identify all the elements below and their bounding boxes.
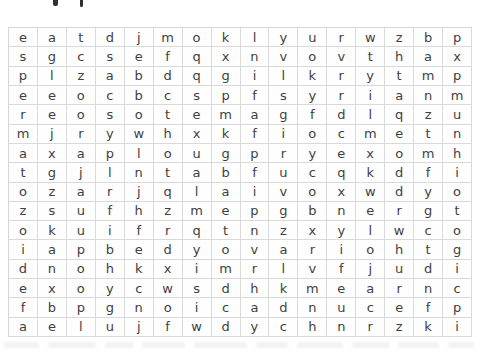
grid-cell[interactable]: y [356,67,385,86]
grid-cell[interactable]: m [212,105,241,124]
grid-cell[interactable]: v [327,47,356,66]
grid-cell[interactable]: e [385,298,414,317]
grid-cell[interactable]: f [125,221,154,240]
grid-cell[interactable]: i [183,298,212,317]
grid-cell[interactable]: z [385,318,414,337]
grid-cell[interactable]: b [38,298,67,317]
grid-cell[interactable]: w [356,28,385,47]
grid-cell[interactable]: c [154,86,183,105]
grid-cell[interactable]: e [38,86,67,105]
grid-cell[interactable]: f [96,202,125,221]
grid-cell[interactable]: i [327,240,356,259]
grid-cell[interactable]: i [241,183,270,202]
grid-cell[interactable]: o [125,105,154,124]
grid-cell[interactable]: a [9,318,38,337]
grid-cell[interactable]: f [154,47,183,66]
grid-cell[interactable]: o [9,221,38,240]
grid-cell[interactable]: c [298,163,327,182]
grid-cell[interactable]: h [385,240,414,259]
grid-cell[interactable]: l [356,105,385,124]
grid-cell[interactable]: m [154,28,183,47]
grid-cell[interactable]: b [125,67,154,86]
grid-cell[interactable]: a [38,240,67,259]
grid-cell[interactable]: a [385,86,414,105]
grid-cell[interactable]: k [125,260,154,279]
grid-cell[interactable]: p [241,144,270,163]
grid-cell[interactable]: x [443,47,472,66]
grid-cell[interactable]: l [269,260,298,279]
grid-cell[interactable]: e [212,202,241,221]
grid-cell[interactable]: r [67,125,96,144]
grid-cell[interactable]: w [154,279,183,298]
grid-cell[interactable]: a [212,183,241,202]
grid-cell[interactable]: e [356,202,385,221]
grid-cell[interactable]: o [298,125,327,144]
grid-cell[interactable]: d [212,279,241,298]
grid-cell[interactable]: a [96,67,125,86]
grid-cell[interactable]: n [298,298,327,317]
grid-cell[interactable]: e [9,279,38,298]
grid-cell[interactable]: q [154,183,183,202]
grid-cell[interactable]: h [96,260,125,279]
grid-cell[interactable]: x [327,183,356,202]
grid-cell[interactable]: q [327,163,356,182]
grid-cell[interactable]: e [327,144,356,163]
grid-cell[interactable]: o [443,221,472,240]
grid-cell[interactable]: g [212,144,241,163]
grid-cell[interactable]: r [356,318,385,337]
grid-cell[interactable]: z [9,202,38,221]
grid-cell[interactable]: b [414,28,443,47]
grid-cell[interactable]: d [96,28,125,47]
grid-cell[interactable]: i [356,86,385,105]
grid-cell[interactable]: j [356,260,385,279]
grid-cell[interactable]: e [125,47,154,66]
grid-cell[interactable]: s [96,105,125,124]
grid-cell[interactable]: r [385,202,414,221]
word-search-grid: eatdjmoklyurwzbpsgcsefqxnvovthaxplzabdqg… [8,27,472,337]
grid-cell[interactable]: l [183,183,212,202]
grid-cell[interactable]: g [38,163,67,182]
grid-cell[interactable]: c [212,298,241,317]
grid-cell[interactable]: t [67,28,96,47]
grid-cell[interactable]: w [183,318,212,337]
grid-cell[interactable]: o [154,298,183,317]
grid-cell[interactable]: c [67,47,96,66]
grid-cell[interactable]: m [9,125,38,144]
grid-cell[interactable]: e [9,28,38,47]
grid-cell[interactable]: d [327,105,356,124]
grid-cell[interactable]: k [298,67,327,86]
grid-cell[interactable]: r [298,240,327,259]
grid-cell[interactable]: c [96,86,125,105]
grid-cell[interactable]: m [298,279,327,298]
grid-cell[interactable]: l [356,221,385,240]
grid-cell[interactable]: g [38,47,67,66]
grid-cell[interactable]: d [154,67,183,86]
grid-cell[interactable]: m [414,144,443,163]
grid-cell[interactable]: e [125,240,154,259]
grid-cell[interactable]: m [443,86,472,105]
grid-cell[interactable]: b [96,240,125,259]
grid-cell[interactable]: f [298,105,327,124]
grid-cell[interactable]: j [125,318,154,337]
grid-cell[interactable]: d [269,298,298,317]
grid-cell[interactable]: o [67,86,96,105]
grid-cell[interactable]: q [183,47,212,66]
grid-cell[interactable]: t [356,47,385,66]
grid-cell[interactable]: w [356,183,385,202]
grid-cell[interactable]: u [385,260,414,279]
grid-cell[interactable]: i [241,67,270,86]
grid-cell[interactable]: m [356,125,385,144]
grid-cell[interactable]: n [443,125,472,144]
grid-cell[interactable]: y [269,28,298,47]
grid-cell[interactable]: h [241,279,270,298]
grid-cell[interactable]: j [125,28,154,47]
grid-cell[interactable]: a [269,240,298,259]
grid-cell[interactable]: o [385,144,414,163]
grid-cell[interactable]: n [414,86,443,105]
grid-cell[interactable]: r [385,279,414,298]
grid-cell[interactable]: m [183,202,212,221]
grid-cell[interactable]: h [154,125,183,144]
grid-cell[interactable]: f [9,298,38,317]
grid-cell[interactable]: n [125,298,154,317]
grid-cell[interactable]: t [385,67,414,86]
grid-cell[interactable]: e [183,105,212,124]
grid-cell[interactable]: o [67,105,96,124]
grid-cell[interactable]: k [38,221,67,240]
grid-cell[interactable]: o [298,183,327,202]
grid-cell[interactable]: j [125,183,154,202]
grid-cell[interactable]: d [385,183,414,202]
grid-cell[interactable]: s [183,279,212,298]
grid-cell[interactable]: f [241,163,270,182]
grid-cell[interactable]: u [67,221,96,240]
grid-cell[interactable]: y [414,183,443,202]
grid-cell[interactable]: a [356,279,385,298]
grid-cell[interactable]: g [443,240,472,259]
grid-cell[interactable]: s [183,86,212,105]
grid-cell[interactable]: i [443,260,472,279]
grid-cell[interactable]: u [298,28,327,47]
grid-cell[interactable]: s [9,47,38,66]
grid-cell[interactable]: e [385,125,414,144]
grid-cell[interactable]: c [269,318,298,337]
grid-cell[interactable]: o [183,28,212,47]
grid-cell[interactable]: t [154,163,183,182]
grid-cell[interactable]: m [212,260,241,279]
grid-cell[interactable]: r [241,260,270,279]
grid-cell[interactable]: a [67,183,96,202]
grid-cell[interactable]: q [183,221,212,240]
grid-cell[interactable]: o [212,240,241,259]
grid-cell[interactable]: z [154,202,183,221]
grid-cell[interactable]: o [443,183,472,202]
grid-cell[interactable]: y [183,240,212,259]
grid-cell[interactable]: z [414,105,443,124]
grid-cell[interactable]: i [96,221,125,240]
grid-cell[interactable]: v [269,183,298,202]
grid-cell[interactable]: f [414,163,443,182]
grid-cell[interactable]: v [269,47,298,66]
grid-cell[interactable]: n [125,163,154,182]
grid-cell[interactable]: p [443,298,472,317]
cropped-title-fragment [53,0,58,6]
grid-cell[interactable]: r [327,86,356,105]
grid-cell[interactable]: y [96,279,125,298]
grid-cell[interactable]: h [443,144,472,163]
grid-cell[interactable]: f [414,298,443,317]
grid-cell[interactable]: k [269,279,298,298]
grid-cell[interactable]: f [241,86,270,105]
grid-cell[interactable]: n [327,318,356,337]
grid-cell[interactable]: x [38,279,67,298]
grid-cell[interactable]: w [385,221,414,240]
grid-cell[interactable]: h [385,47,414,66]
grid-cell[interactable]: c [414,221,443,240]
grid-cell[interactable]: b [212,163,241,182]
grid-cell[interactable]: e [38,105,67,124]
grid-cell[interactable]: t [414,125,443,144]
grid-cell[interactable]: y [298,144,327,163]
grid-cell[interactable]: l [67,318,96,337]
grid-cell[interactable]: p [96,144,125,163]
grid-cell[interactable]: m [414,67,443,86]
grid-cell[interactable]: a [414,47,443,66]
grid-cell[interactable]: n [241,47,270,66]
grid-cell[interactable]: l [125,144,154,163]
grid-cell[interactable]: x [356,144,385,163]
grid-cell[interactable]: j [67,163,96,182]
grid-cell[interactable]: t [414,240,443,259]
grid-cell[interactable]: f [327,260,356,279]
grid-cell[interactable]: d [9,260,38,279]
grid-cell[interactable]: p [443,67,472,86]
grid-cell[interactable]: p [67,240,96,259]
grid-cell[interactable]: y [327,221,356,240]
grid-cell[interactable]: n [327,202,356,221]
grid-cell[interactable]: h [298,318,327,337]
grid-cell[interactable]: p [67,298,96,317]
grid-cell[interactable]: s [269,86,298,105]
grid-cell[interactable]: o [67,279,96,298]
grid-cell[interactable]: q [385,105,414,124]
grid-cell[interactable]: x [183,125,212,144]
grid-cell[interactable]: c [125,279,154,298]
cropped-title-fragment [80,0,83,7]
grid-cell[interactable]: y [298,86,327,105]
grid-cell[interactable]: p [443,28,472,47]
grid-cell[interactable]: o [356,240,385,259]
grid-cell[interactable]: k [212,125,241,144]
grid-cell[interactable]: k [356,163,385,182]
grid-cell[interactable]: i [9,240,38,259]
grid-cell[interactable]: z [269,221,298,240]
grid-cell[interactable]: d [385,163,414,182]
grid-cell[interactable]: z [385,28,414,47]
grid-cell[interactable]: v [298,260,327,279]
cropped-text-fragments-bottom [4,342,474,349]
grid-cell[interactable]: d [414,260,443,279]
grid-cell[interactable]: s [96,47,125,66]
grid-cell[interactable]: p [9,67,38,86]
grid-cell[interactable]: u [67,202,96,221]
grid-cell[interactable]: i [443,163,472,182]
grid-cell[interactable]: u [269,163,298,182]
grid-cell[interactable]: n [38,260,67,279]
grid-cell[interactable]: c [356,298,385,317]
grid-cell[interactable]: r [96,183,125,202]
grid-cell[interactable]: e [327,279,356,298]
grid-cell[interactable]: a [9,144,38,163]
grid-cell[interactable]: r [269,144,298,163]
grid-cell[interactable]: r [9,105,38,124]
grid-cell[interactable]: l [96,163,125,182]
grid-cell[interactable]: x [38,144,67,163]
grid-cell[interactable]: t [212,221,241,240]
grid-cell[interactable]: k [414,318,443,337]
grid-cell[interactable]: f [241,125,270,144]
grid-cell[interactable]: b [125,86,154,105]
grid-cell[interactable]: z [67,67,96,86]
grid-cell[interactable]: r [327,67,356,86]
grid-cell[interactable]: i [443,318,472,337]
grid-cell[interactable]: c [327,125,356,144]
grid-cell[interactable]: o [67,260,96,279]
grid-cell[interactable]: y [96,125,125,144]
grid-cell[interactable]: k [212,28,241,47]
grid-cell[interactable]: a [67,144,96,163]
grid-cell[interactable]: x [298,221,327,240]
grid-cell[interactable]: t [154,105,183,124]
grid-cell[interactable]: y [241,318,270,337]
grid-cell[interactable]: p [212,86,241,105]
grid-cell[interactable]: l [241,28,270,47]
grid-cell[interactable]: l [269,67,298,86]
grid-cell[interactable]: a [241,105,270,124]
grid-cell[interactable]: z [38,183,67,202]
grid-cell[interactable]: n [414,279,443,298]
grid-cell[interactable]: t [9,163,38,182]
grid-cell[interactable]: e [9,86,38,105]
grid-cell[interactable]: j [38,125,67,144]
grid-cell[interactable]: p [241,202,270,221]
grid-cell[interactable]: x [154,260,183,279]
grid-cell[interactable]: v [241,240,270,259]
grid-cell[interactable]: s [38,202,67,221]
grid-cell[interactable]: u [183,144,212,163]
grid-cell[interactable]: r [154,221,183,240]
grid-cell[interactable]: t [443,202,472,221]
grid-cell[interactable]: e [38,318,67,337]
grid-cell[interactable]: a [183,163,212,182]
grid-cell[interactable]: o [9,183,38,202]
grid-cell[interactable]: g [212,67,241,86]
grid-cell[interactable]: a [38,28,67,47]
grid-cell[interactable]: g [269,105,298,124]
grid-cell[interactable]: g [414,202,443,221]
grid-cell[interactable]: o [154,144,183,163]
grid-cell[interactable]: f [154,318,183,337]
grid-cell[interactable]: g [96,298,125,317]
grid-cell[interactable]: i [183,260,212,279]
grid-cell[interactable]: n [241,221,270,240]
grid-cell[interactable]: u [96,318,125,337]
grid-cell[interactable]: w [125,125,154,144]
grid-cell[interactable]: i [269,125,298,144]
grid-cell[interactable]: u [327,298,356,317]
grid-cell[interactable]: h [125,202,154,221]
grid-cell[interactable]: d [154,240,183,259]
grid-cell[interactable]: u [443,105,472,124]
grid-cell[interactable]: q [183,67,212,86]
grid-cell[interactable]: o [298,47,327,66]
grid-cell[interactable]: a [241,298,270,317]
grid-cell[interactable]: r [327,28,356,47]
grid-cell[interactable]: g [269,202,298,221]
grid-cell[interactable]: x [212,47,241,66]
grid-cell[interactable]: b [298,202,327,221]
grid-cell[interactable]: c [443,279,472,298]
grid-cell[interactable]: d [212,318,241,337]
grid-cell[interactable]: l [38,67,67,86]
